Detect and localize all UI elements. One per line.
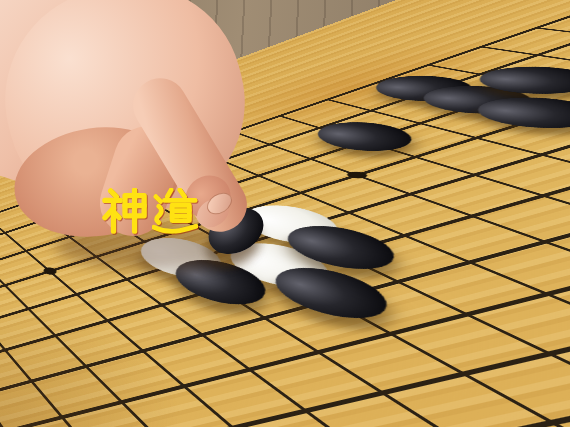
kanji-dou-icon	[152, 188, 198, 234]
overlay-caption	[102, 188, 198, 234]
kanji-shin-icon	[102, 188, 148, 234]
photo-stage	[0, 0, 570, 427]
